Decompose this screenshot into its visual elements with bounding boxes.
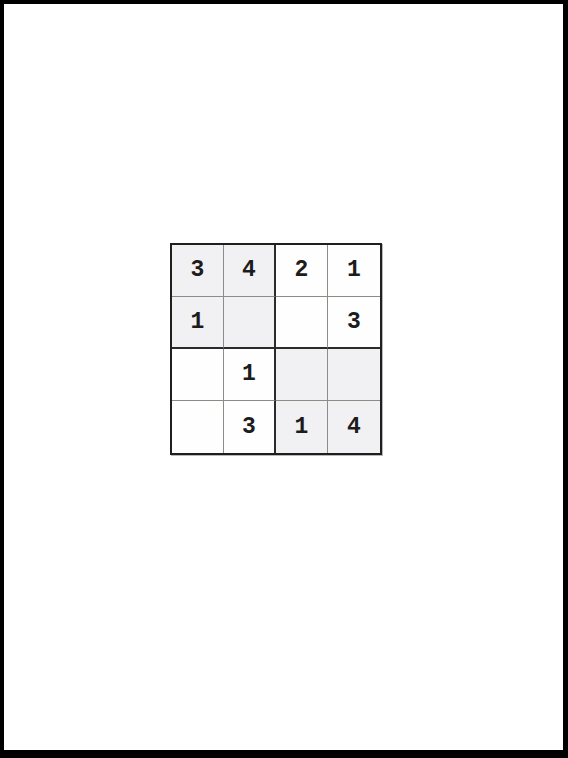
cell-r1c4-given[interactable]: 1	[328, 245, 380, 297]
cell-r4c4-given[interactable]: 4	[328, 401, 380, 453]
cell-r2c4-given[interactable]: 3	[328, 297, 380, 349]
worksheet-page: 3421131314	[0, 0, 568, 758]
cell-r2c3-empty[interactable]	[276, 297, 328, 349]
cell-r3c4-empty[interactable]	[328, 349, 380, 401]
cell-r2c2-empty[interactable]	[224, 297, 276, 349]
cell-r3c2-given[interactable]: 1	[224, 349, 276, 401]
cell-r4c1-empty[interactable]	[172, 401, 224, 453]
cell-r1c3-given[interactable]: 2	[276, 245, 328, 297]
cell-r4c2-given[interactable]: 3	[224, 401, 276, 453]
cell-r3c1-empty[interactable]	[172, 349, 224, 401]
cell-r1c1-given[interactable]: 3	[172, 245, 224, 297]
cell-r3c3-empty[interactable]	[276, 349, 328, 401]
cell-r2c1-given[interactable]: 1	[172, 297, 224, 349]
cell-r4c3-given[interactable]: 1	[276, 401, 328, 453]
sudoku-board: 3421131314	[170, 243, 382, 455]
cell-r1c2-given[interactable]: 4	[224, 245, 276, 297]
